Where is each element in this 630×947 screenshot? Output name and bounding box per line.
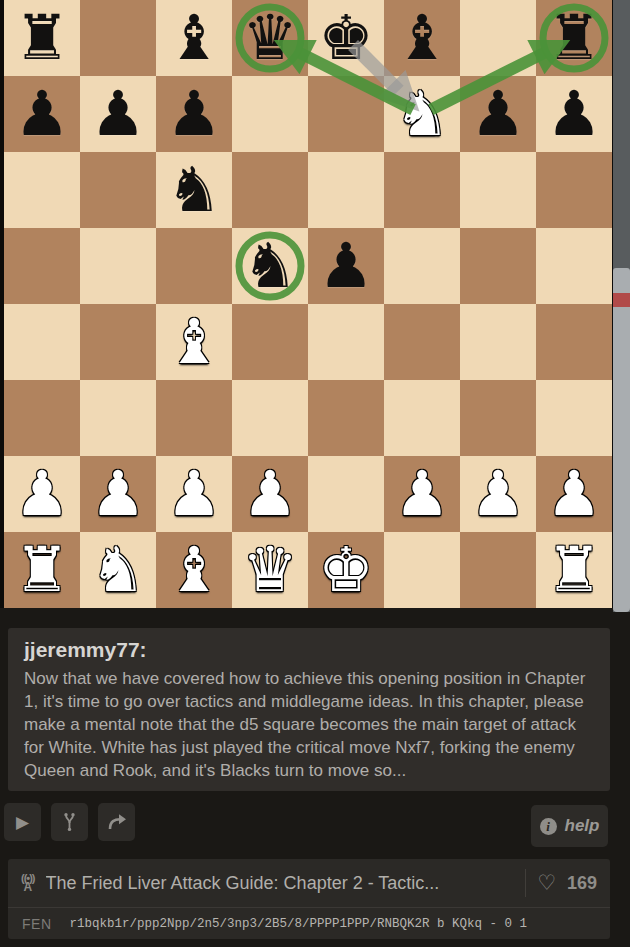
square-g4[interactable] [460, 304, 536, 380]
square-h6[interactable] [536, 152, 612, 228]
square-f5[interactable] [384, 228, 460, 304]
square-b4[interactable] [80, 304, 156, 380]
piece-white-p-c2[interactable]: ♟ [156, 456, 232, 532]
square-b6[interactable] [80, 152, 156, 228]
square-h7[interactable]: ♟ [536, 76, 612, 152]
scrollbar-thumb[interactable] [613, 268, 630, 612]
fork-icon [60, 812, 79, 832]
study-title-panel: ((•)) A The Fried Liver Attack Guide: Ch… [8, 859, 610, 939]
square-g2[interactable]: ♟ [460, 456, 536, 532]
share-button[interactable] [98, 803, 135, 841]
square-b5[interactable] [80, 228, 156, 304]
square-d1[interactable]: ♛ [232, 532, 308, 608]
piece-black-r-a8[interactable]: ♜ [4, 0, 80, 76]
title-divider [525, 869, 526, 897]
square-c3[interactable] [156, 380, 232, 456]
piece-white-b-c4[interactable]: ♝ [156, 304, 232, 380]
square-f3[interactable] [384, 380, 460, 456]
piece-black-p-e5[interactable]: ♟ [308, 228, 384, 304]
square-f7[interactable]: ♞ [384, 76, 460, 152]
square-f8[interactable]: ♝ [384, 0, 460, 76]
fen-bar[interactable]: FEN r1bqkb1r/ppp2Npp/2n5/3np3/2B5/8/PPPP… [8, 907, 610, 939]
piece-white-k-e1[interactable]: ♚ [308, 532, 384, 608]
square-d8[interactable]: ♛ [232, 0, 308, 76]
square-e8[interactable]: ♚ [308, 0, 384, 76]
square-c2[interactable]: ♟ [156, 456, 232, 532]
square-c8[interactable]: ♝ [156, 0, 232, 76]
square-a6[interactable] [4, 152, 80, 228]
square-g1[interactable] [460, 532, 536, 608]
piece-black-k-e8[interactable]: ♚ [308, 0, 384, 76]
square-h3[interactable] [536, 380, 612, 456]
square-c6[interactable]: ♞ [156, 152, 232, 228]
square-c7[interactable]: ♟ [156, 76, 232, 152]
square-h5[interactable] [536, 228, 612, 304]
square-d3[interactable] [232, 380, 308, 456]
square-g8[interactable] [460, 0, 536, 76]
square-e2[interactable] [308, 456, 384, 532]
square-f1[interactable] [384, 532, 460, 608]
fen-value[interactable]: r1bqkb1r/ppp2Npp/2n5/3np3/2B5/8/PPPP1PPP… [70, 917, 528, 931]
square-a4[interactable] [4, 304, 80, 380]
piece-white-n-b1[interactable]: ♞ [80, 532, 156, 608]
piece-black-q-d8[interactable]: ♛ [232, 0, 308, 76]
fen-label: FEN [22, 916, 52, 932]
play-icon: ▶ [16, 814, 29, 831]
piece-white-p-d2[interactable]: ♟ [232, 456, 308, 532]
help-button-label: help [565, 816, 600, 836]
square-e5[interactable]: ♟ [308, 228, 384, 304]
comment-author: jjeremmy77: [24, 637, 594, 662]
square-d2[interactable]: ♟ [232, 456, 308, 532]
square-b1[interactable]: ♞ [80, 532, 156, 608]
study-title: The Fried Liver Attack Guide: Chapter 2 … [46, 873, 515, 894]
square-a7[interactable]: ♟ [4, 76, 80, 152]
piece-white-p-b2[interactable]: ♟ [80, 456, 156, 532]
square-a3[interactable] [4, 380, 80, 456]
square-g3[interactable] [460, 380, 536, 456]
piece-black-b-f8[interactable]: ♝ [384, 0, 460, 76]
piece-black-p-g7[interactable]: ♟ [460, 76, 536, 152]
square-e3[interactable] [308, 380, 384, 456]
piece-black-p-b7[interactable]: ♟ [80, 76, 156, 152]
square-a8[interactable]: ♜ [4, 0, 80, 76]
square-f4[interactable] [384, 304, 460, 380]
square-d6[interactable] [232, 152, 308, 228]
square-b8[interactable] [80, 0, 156, 76]
likes-count: 169 [567, 873, 597, 894]
square-h4[interactable] [536, 304, 612, 380]
piece-white-p-f2[interactable]: ♟ [384, 456, 460, 532]
chess-study-app: ♜♝♛♚♝♜♟♟♟♞♟♟♞♞♟♝♟♟♟♟♟♟♟♜♞♝♛♚♜ jjeremmy77… [0, 0, 630, 947]
scrollbar-track[interactable] [613, 0, 630, 612]
square-e6[interactable] [308, 152, 384, 228]
square-c4[interactable]: ♝ [156, 304, 232, 380]
study-title-row[interactable]: ((•)) A The Fried Liver Attack Guide: Ch… [8, 859, 610, 907]
comment-panel: jjeremmy77: Now that we have covered how… [8, 628, 610, 791]
piece-white-n-f7[interactable]: ♞ [384, 76, 460, 152]
piece-black-p-c7[interactable]: ♟ [156, 76, 232, 152]
square-b3[interactable] [80, 380, 156, 456]
square-a2[interactable]: ♟ [4, 456, 80, 532]
square-g5[interactable] [460, 228, 536, 304]
share-icon [106, 813, 128, 832]
square-c5[interactable] [156, 228, 232, 304]
help-button[interactable]: i help [531, 805, 608, 847]
info-icon: i [540, 818, 557, 835]
piece-white-p-h2[interactable]: ♟ [536, 456, 612, 532]
square-h2[interactable]: ♟ [536, 456, 612, 532]
piece-white-b-c1[interactable]: ♝ [156, 532, 232, 608]
piece-white-q-d1[interactable]: ♛ [232, 532, 308, 608]
piece-black-n-c6[interactable]: ♞ [156, 152, 232, 228]
comment-text: Now that we have covered how to achieve … [24, 667, 594, 782]
play-button[interactable]: ▶ [4, 803, 41, 841]
piece-black-r-h8[interactable]: ♜ [536, 0, 612, 76]
broadcast-icon: ((•)) A [21, 873, 35, 893]
piece-white-r-h1[interactable]: ♜ [536, 532, 612, 608]
square-e4[interactable] [308, 304, 384, 380]
piece-black-p-a7[interactable]: ♟ [4, 76, 80, 152]
like-heart-icon[interactable]: ♡ [537, 873, 556, 894]
piece-black-b-c8[interactable]: ♝ [156, 0, 232, 76]
square-f2[interactable]: ♟ [384, 456, 460, 532]
square-d4[interactable] [232, 304, 308, 380]
piece-black-n-d5[interactable]: ♞ [232, 228, 308, 304]
piece-white-p-a2[interactable]: ♟ [4, 456, 80, 532]
square-e7[interactable] [308, 76, 384, 152]
piece-white-p-g2[interactable]: ♟ [460, 456, 536, 532]
square-c1[interactable]: ♝ [156, 532, 232, 608]
square-f6[interactable] [384, 152, 460, 228]
square-b7[interactable]: ♟ [80, 76, 156, 152]
square-a1[interactable]: ♜ [4, 532, 80, 608]
fork-variation-button[interactable] [51, 803, 88, 841]
square-b2[interactable]: ♟ [80, 456, 156, 532]
square-g6[interactable] [460, 152, 536, 228]
square-e1[interactable]: ♚ [308, 532, 384, 608]
scrollbar-red-marker [613, 293, 630, 307]
square-a5[interactable] [4, 228, 80, 304]
chess-board[interactable]: ♜♝♛♚♝♜♟♟♟♞♟♟♞♞♟♝♟♟♟♟♟♟♟♜♞♝♛♚♜ [4, 0, 612, 608]
square-d5[interactable]: ♞ [232, 228, 308, 304]
piece-white-r-a1[interactable]: ♜ [4, 532, 80, 608]
square-g7[interactable]: ♟ [460, 76, 536, 152]
piece-black-p-h7[interactable]: ♟ [536, 76, 612, 152]
square-h1[interactable]: ♜ [536, 532, 612, 608]
square-h8[interactable]: ♜ [536, 0, 612, 76]
square-d7[interactable] [232, 76, 308, 152]
